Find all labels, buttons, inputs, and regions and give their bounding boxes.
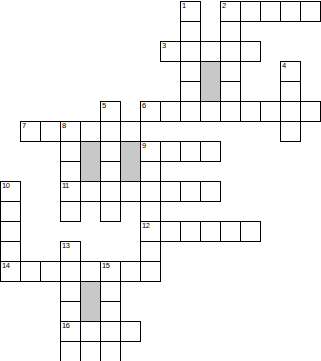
crossword-cell[interactable] xyxy=(0,241,21,262)
crossword-cell[interactable] xyxy=(240,221,261,242)
crossword-cell[interactable] xyxy=(180,221,201,242)
crossword-cell[interactable] xyxy=(260,1,281,22)
crossword-cell[interactable] xyxy=(120,261,141,282)
crossword-cell[interactable] xyxy=(60,301,81,322)
clue-number: 16 xyxy=(62,322,69,330)
crossword-cell[interactable] xyxy=(180,61,201,82)
crossword-cell[interactable] xyxy=(260,101,281,122)
crossword-cell[interactable] xyxy=(60,141,81,162)
crossword-cell[interactable] xyxy=(200,101,221,122)
crossword-cell[interactable] xyxy=(60,281,81,302)
crossword-cell[interactable] xyxy=(180,21,201,42)
crossword-cell[interactable] xyxy=(100,321,121,342)
crossword-cell[interactable] xyxy=(220,221,241,242)
clue-number: 1 xyxy=(182,2,186,10)
crossword-cell[interactable] xyxy=(140,201,161,222)
crossword-cell[interactable] xyxy=(220,81,241,102)
crossword-cell[interactable] xyxy=(240,41,261,62)
crossword-cell[interactable] xyxy=(220,41,241,62)
crossword-shaded-cell[interactable] xyxy=(80,141,101,182)
clue-number: 15 xyxy=(102,262,109,270)
crossword-cell[interactable] xyxy=(160,101,181,122)
clue-number: 10 xyxy=(2,182,9,190)
crossword-cell[interactable] xyxy=(120,321,141,342)
crossword-cell[interactable] xyxy=(40,261,61,282)
crossword-cell[interactable] xyxy=(140,261,161,282)
clue-number: 12 xyxy=(142,222,149,230)
crossword-cell[interactable] xyxy=(40,121,61,142)
crossword-cell[interactable] xyxy=(180,141,201,162)
clue-number: 3 xyxy=(162,42,166,50)
crossword-cell[interactable] xyxy=(300,1,321,22)
crossword-cell[interactable] xyxy=(180,41,201,62)
clue-number: 5 xyxy=(102,102,106,110)
crossword-shaded-cell[interactable] xyxy=(80,281,101,322)
crossword-cell[interactable] xyxy=(100,341,121,361)
crossword-board: 12345678910111213141516 xyxy=(0,0,321,361)
clue-number: 13 xyxy=(62,242,69,250)
crossword-cell[interactable] xyxy=(180,81,201,102)
crossword-cell[interactable] xyxy=(60,341,81,361)
crossword-cell[interactable] xyxy=(140,241,161,262)
crossword-cell[interactable] xyxy=(20,261,41,282)
crossword-cell[interactable] xyxy=(60,261,81,282)
crossword-cell[interactable] xyxy=(100,161,121,182)
crossword-cell[interactable] xyxy=(180,181,201,202)
crossword-cell[interactable] xyxy=(240,1,261,22)
crossword-cell[interactable] xyxy=(220,21,241,42)
crossword-cell[interactable] xyxy=(80,261,101,282)
crossword-cell[interactable] xyxy=(100,141,121,162)
crossword-cell[interactable] xyxy=(80,121,101,142)
crossword-cell[interactable] xyxy=(100,281,121,302)
crossword-cell[interactable] xyxy=(100,301,121,322)
clue-number: 6 xyxy=(142,102,146,110)
crossword-cell[interactable] xyxy=(200,141,221,162)
crossword-cell[interactable] xyxy=(280,101,301,122)
crossword-cell[interactable] xyxy=(180,101,201,122)
crossword-cell[interactable] xyxy=(280,1,301,22)
crossword-cell[interactable] xyxy=(120,121,141,142)
crossword-cell[interactable] xyxy=(300,101,321,122)
crossword-cell[interactable] xyxy=(60,161,81,182)
clue-number: 11 xyxy=(62,182,69,190)
crossword-shaded-cell[interactable] xyxy=(120,141,141,182)
crossword-cell[interactable] xyxy=(140,181,161,202)
crossword-cell[interactable] xyxy=(160,141,181,162)
clue-number: 14 xyxy=(2,262,9,270)
crossword-cell[interactable] xyxy=(100,201,121,222)
crossword-cell[interactable] xyxy=(100,121,121,142)
clue-number: 2 xyxy=(222,2,226,10)
clue-number: 9 xyxy=(142,142,146,150)
crossword-cell[interactable] xyxy=(220,61,241,82)
crossword-cell[interactable] xyxy=(0,221,21,242)
crossword-cell[interactable] xyxy=(160,181,181,202)
crossword-cell[interactable] xyxy=(280,121,301,142)
crossword-cell[interactable] xyxy=(200,181,221,202)
crossword-cell[interactable] xyxy=(80,181,101,202)
crossword-cell[interactable] xyxy=(280,81,301,102)
crossword-cell[interactable] xyxy=(120,181,141,202)
crossword-cell[interactable] xyxy=(200,221,221,242)
crossword-shaded-cell[interactable] xyxy=(200,61,221,102)
crossword-cell[interactable] xyxy=(240,101,261,122)
crossword-cell[interactable] xyxy=(220,101,241,122)
clue-number: 4 xyxy=(282,62,286,70)
crossword-cell[interactable] xyxy=(200,41,221,62)
crossword-cell[interactable] xyxy=(160,221,181,242)
crossword-cell[interactable] xyxy=(60,201,81,222)
crossword-cell[interactable] xyxy=(140,161,161,182)
clue-number: 8 xyxy=(62,122,66,130)
crossword-cell[interactable] xyxy=(0,201,21,222)
crossword-cell[interactable] xyxy=(80,321,101,342)
clue-number: 7 xyxy=(22,122,26,130)
crossword-cell[interactable] xyxy=(100,181,121,202)
